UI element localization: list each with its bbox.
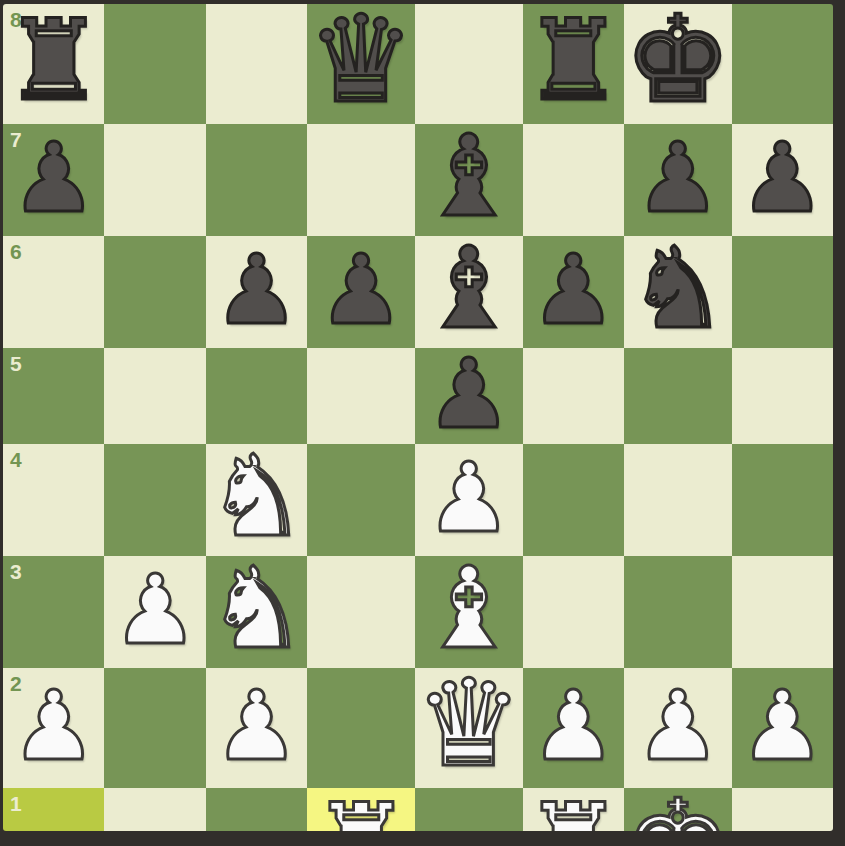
square-d2[interactable] [307,668,415,788]
piece-white-rook[interactable]: ♜ [523,788,623,831]
square-a4[interactable]: 4 [3,444,104,556]
piece-black-pawn[interactable]: ♟ [635,130,721,226]
square-h5[interactable] [732,348,833,444]
piece-white-pawn[interactable]: ♟ [112,562,198,658]
square-g5[interactable] [624,348,732,444]
piece-black-rook[interactable]: ♜ [523,4,623,116]
piece-black-pawn[interactable]: ♟ [739,130,825,226]
square-g4[interactable] [624,444,732,556]
square-f1[interactable]: f♜ [523,788,624,831]
square-b2[interactable] [104,668,205,788]
square-e7[interactable]: ♝ [415,124,523,236]
piece-black-queen[interactable]: ♛ [307,4,415,120]
square-a6[interactable]: 6 [3,236,104,348]
square-h2[interactable]: ♟ [732,668,833,788]
square-e3[interactable]: ♝ [415,556,523,668]
square-c7[interactable] [206,124,307,236]
square-a8[interactable]: 8♜ [3,4,104,124]
square-d4[interactable] [307,444,415,556]
square-d8[interactable]: ♛ [307,4,415,124]
square-g6[interactable]: ♞ [624,236,732,348]
square-a5[interactable]: 5 [3,348,104,444]
square-c5[interactable] [206,348,307,444]
square-c2[interactable]: ♟ [206,668,307,788]
chess-board: 8♜♛♜♚7♟♝♟♟6♟♟♝♟♞5♟4♞♟3♟♞♝2♟♟♛♟♟♟1abcd♜ef… [3,4,833,831]
square-a2[interactable]: 2♟ [3,668,104,788]
square-e2[interactable]: ♛ [415,668,523,788]
square-d5[interactable] [307,348,415,444]
piece-white-pawn[interactable]: ♟ [739,678,825,774]
piece-white-pawn[interactable]: ♟ [635,678,721,774]
rank-label-5: 5 [10,353,22,374]
square-h6[interactable] [732,236,833,348]
square-g2[interactable]: ♟ [624,668,732,788]
square-f4[interactable] [523,444,624,556]
square-b7[interactable] [104,124,205,236]
rank-label-4: 4 [10,449,22,470]
square-b6[interactable] [104,236,205,348]
piece-white-bishop[interactable]: ♝ [419,552,519,664]
square-e5[interactable]: ♟ [415,348,523,444]
piece-white-pawn[interactable]: ♟ [426,450,512,546]
square-e1[interactable]: e [415,788,523,831]
square-f6[interactable]: ♟ [523,236,624,348]
piece-black-pawn[interactable]: ♟ [530,242,616,338]
square-b1[interactable]: b [104,788,205,831]
piece-white-knight[interactable]: ♞ [206,552,306,664]
square-h8[interactable] [732,4,833,124]
rank-label-6: 6 [10,241,22,262]
piece-white-knight[interactable]: ♞ [206,440,306,552]
square-d7[interactable] [307,124,415,236]
square-a1[interactable]: 1a [3,788,104,831]
square-g1[interactable]: g♚ [624,788,732,831]
square-c3[interactable]: ♞ [206,556,307,668]
square-f3[interactable] [523,556,624,668]
rank-label-1: 1 [10,793,22,814]
square-c8[interactable] [206,4,307,124]
piece-black-pawn[interactable]: ♟ [214,242,300,338]
piece-black-pawn[interactable]: ♟ [318,242,404,338]
piece-white-queen[interactable]: ♛ [415,664,523,784]
piece-white-pawn[interactable]: ♟ [214,678,300,774]
square-e4[interactable]: ♟ [415,444,523,556]
square-f2[interactable]: ♟ [523,668,624,788]
square-c4[interactable]: ♞ [206,444,307,556]
piece-white-king[interactable]: ♚ [624,784,732,831]
square-b4[interactable] [104,444,205,556]
piece-black-pawn[interactable]: ♟ [11,130,97,226]
square-h4[interactable] [732,444,833,556]
square-b3[interactable]: ♟ [104,556,205,668]
square-h3[interactable] [732,556,833,668]
piece-white-pawn[interactable]: ♟ [11,678,97,774]
square-h7[interactable]: ♟ [732,124,833,236]
square-c1[interactable]: c [206,788,307,831]
piece-white-pawn[interactable]: ♟ [530,678,616,774]
square-g3[interactable] [624,556,732,668]
square-g7[interactable]: ♟ [624,124,732,236]
piece-black-bishop[interactable]: ♝ [419,120,519,232]
square-e6[interactable]: ♝ [415,236,523,348]
piece-black-knight[interactable]: ♞ [628,232,728,344]
square-g8[interactable]: ♚ [624,4,732,124]
square-e8[interactable] [415,4,523,124]
piece-black-pawn[interactable]: ♟ [426,346,512,442]
square-f5[interactable] [523,348,624,444]
piece-white-rook[interactable]: ♜ [311,788,411,831]
square-f7[interactable] [523,124,624,236]
piece-black-bishop[interactable]: ♝ [419,232,519,344]
piece-black-rook[interactable]: ♜ [4,4,104,116]
square-h1[interactable]: h [732,788,833,831]
square-d6[interactable]: ♟ [307,236,415,348]
square-d3[interactable] [307,556,415,668]
square-b5[interactable] [104,348,205,444]
square-c6[interactable]: ♟ [206,236,307,348]
square-a3[interactable]: 3 [3,556,104,668]
rank-label-3: 3 [10,561,22,582]
square-a7[interactable]: 7♟ [3,124,104,236]
square-d1[interactable]: d♜ [307,788,415,831]
piece-black-king[interactable]: ♚ [624,4,732,120]
square-b8[interactable] [104,4,205,124]
square-f8[interactable]: ♜ [523,4,624,124]
